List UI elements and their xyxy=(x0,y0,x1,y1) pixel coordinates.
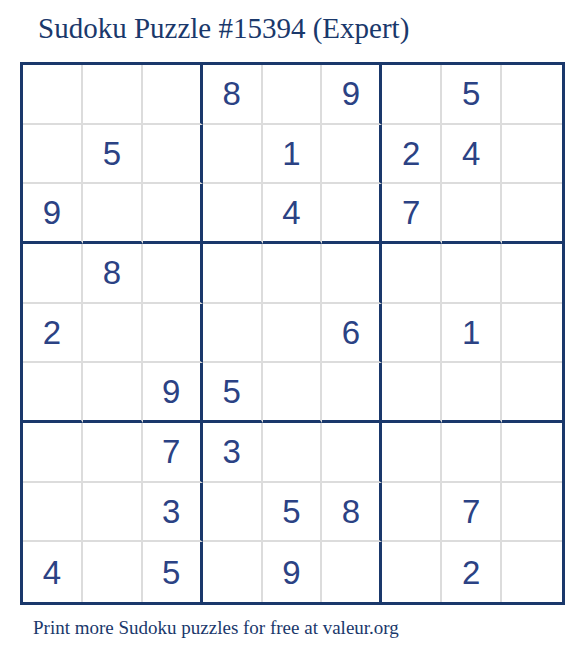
sudoku-page: Sudoku Puzzle #15394 (Expert) 8955124947… xyxy=(0,0,580,651)
sudoku-cell-empty xyxy=(322,542,382,602)
sudoku-cell-empty xyxy=(382,65,442,125)
sudoku-cell-empty xyxy=(143,304,203,364)
sudoku-cell-given: 9 xyxy=(143,363,203,423)
sudoku-cell-empty xyxy=(442,423,502,483)
sudoku-cell-empty xyxy=(263,304,323,364)
footer-text: Print more Sudoku puzzles for free at va… xyxy=(33,617,399,639)
sudoku-cell-empty xyxy=(143,184,203,244)
sudoku-cell-empty xyxy=(83,542,143,602)
sudoku-cell-empty xyxy=(203,244,263,304)
sudoku-cell-given: 5 xyxy=(263,483,323,543)
sudoku-cell-given: 5 xyxy=(442,65,502,125)
sudoku-cell-empty xyxy=(263,423,323,483)
sudoku-cell-empty xyxy=(203,304,263,364)
sudoku-cell-given: 6 xyxy=(322,304,382,364)
sudoku-cell-empty xyxy=(143,125,203,185)
sudoku-cell-empty xyxy=(502,125,562,185)
sudoku-cell-empty xyxy=(322,363,382,423)
sudoku-cell-given: 5 xyxy=(203,363,263,423)
sudoku-cell-given: 2 xyxy=(23,304,83,364)
sudoku-cell-given: 1 xyxy=(442,304,502,364)
sudoku-cell-empty xyxy=(23,65,83,125)
page-title: Sudoku Puzzle #15394 (Expert) xyxy=(38,12,409,45)
sudoku-cell-empty xyxy=(502,542,562,602)
sudoku-cell-empty xyxy=(502,423,562,483)
sudoku-cell-empty xyxy=(382,363,442,423)
sudoku-cell-empty xyxy=(83,65,143,125)
sudoku-cell-empty xyxy=(83,483,143,543)
sudoku-cell-empty xyxy=(382,423,442,483)
sudoku-cell-empty xyxy=(502,304,562,364)
sudoku-cell-empty xyxy=(143,65,203,125)
sudoku-cell-empty xyxy=(322,184,382,244)
sudoku-cell-empty xyxy=(263,363,323,423)
sudoku-cell-empty xyxy=(143,244,203,304)
sudoku-cell-given: 3 xyxy=(203,423,263,483)
sudoku-cell-empty xyxy=(322,125,382,185)
sudoku-cell-given: 4 xyxy=(23,542,83,602)
sudoku-cell-given: 7 xyxy=(143,423,203,483)
sudoku-cell-given: 4 xyxy=(442,125,502,185)
sudoku-cell-empty xyxy=(23,483,83,543)
sudoku-cell-empty xyxy=(203,184,263,244)
sudoku-cell-empty xyxy=(83,363,143,423)
sudoku-cell-empty xyxy=(203,125,263,185)
sudoku-cell-given: 7 xyxy=(442,483,502,543)
sudoku-cell-given: 3 xyxy=(143,483,203,543)
sudoku-cell-empty xyxy=(83,304,143,364)
sudoku-cell-empty xyxy=(442,244,502,304)
sudoku-cell-empty xyxy=(322,423,382,483)
sudoku-cell-empty xyxy=(203,542,263,602)
sudoku-cell-empty xyxy=(382,542,442,602)
sudoku-cell-empty xyxy=(382,304,442,364)
sudoku-cell-empty xyxy=(442,363,502,423)
sudoku-cell-empty xyxy=(203,483,263,543)
sudoku-cell-given: 8 xyxy=(83,244,143,304)
sudoku-cell-empty xyxy=(502,184,562,244)
sudoku-cell-empty xyxy=(442,184,502,244)
sudoku-board: 89551249478261957335874592 xyxy=(20,62,565,605)
sudoku-cell-empty xyxy=(263,65,323,125)
sudoku-cell-given: 8 xyxy=(322,483,382,543)
sudoku-cell-empty xyxy=(23,125,83,185)
sudoku-cell-given: 7 xyxy=(382,184,442,244)
sudoku-cell-empty xyxy=(322,244,382,304)
sudoku-cell-empty xyxy=(23,423,83,483)
sudoku-cell-given: 9 xyxy=(263,542,323,602)
sudoku-cell-empty xyxy=(263,244,323,304)
sudoku-cell-empty xyxy=(23,244,83,304)
sudoku-cell-given: 5 xyxy=(143,542,203,602)
sudoku-cell-empty xyxy=(502,65,562,125)
sudoku-cell-given: 1 xyxy=(263,125,323,185)
sudoku-cell-empty xyxy=(83,423,143,483)
sudoku-cell-empty xyxy=(502,244,562,304)
sudoku-cell-given: 9 xyxy=(322,65,382,125)
sudoku-cell-empty xyxy=(83,184,143,244)
sudoku-cell-empty xyxy=(382,244,442,304)
sudoku-cell-given: 8 xyxy=(203,65,263,125)
sudoku-cell-empty xyxy=(23,363,83,423)
sudoku-cell-empty xyxy=(502,483,562,543)
sudoku-cell-empty xyxy=(382,483,442,543)
sudoku-cell-given: 4 xyxy=(263,184,323,244)
sudoku-cell-given: 2 xyxy=(382,125,442,185)
sudoku-cell-given: 9 xyxy=(23,184,83,244)
sudoku-cell-empty xyxy=(502,363,562,423)
sudoku-cell-given: 2 xyxy=(442,542,502,602)
sudoku-cell-given: 5 xyxy=(83,125,143,185)
